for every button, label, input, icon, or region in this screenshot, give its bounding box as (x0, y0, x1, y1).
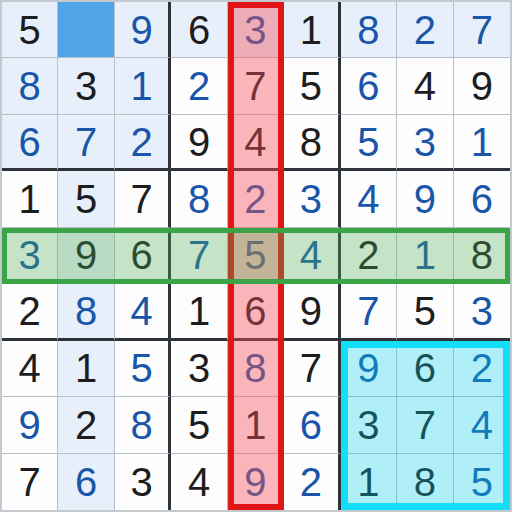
filled-digit: 3 (244, 10, 266, 50)
filled-digit: 4 (357, 179, 379, 219)
given-digit: 2 (357, 235, 379, 275)
cell-r1c7[interactable]: 4 (397, 58, 453, 114)
given-digit: 6 (130, 235, 152, 275)
given-digit: 4 (414, 66, 436, 106)
given-digit: 7 (244, 66, 266, 106)
filled-digit: 7 (75, 122, 97, 162)
given-digit: 6 (414, 348, 436, 388)
filled-digit: 1 (130, 66, 152, 106)
given-digit: 1 (244, 405, 266, 445)
cell-r1c6[interactable]: 6 (341, 58, 397, 114)
filled-digit: 5 (130, 348, 152, 388)
filled-digit: 6 (75, 462, 97, 502)
cell-r8c4[interactable]: 9 (228, 454, 284, 510)
filled-digit: 3 (300, 179, 322, 219)
filled-digit: 7 (357, 291, 379, 331)
cell-r0c1[interactable] (58, 2, 114, 58)
filled-digit: 3 (414, 122, 436, 162)
cell-r4c3[interactable]: 7 (171, 228, 227, 284)
cell-r3c6[interactable]: 4 (341, 171, 397, 227)
given-digit: 8 (300, 122, 322, 162)
cell-r7c2[interactable]: 8 (115, 397, 171, 453)
given-digit: 6 (188, 10, 210, 50)
cell-r4c1[interactable]: 9 (58, 228, 114, 284)
cell-r7c8[interactable]: 4 (454, 397, 510, 453)
given-digit: 5 (188, 405, 210, 445)
cell-r0c6[interactable]: 8 (341, 2, 397, 58)
cell-r1c2[interactable]: 1 (115, 58, 171, 114)
filled-digit: 7 (471, 10, 493, 50)
sudoku-board: 5963182783127564967294853115782349639675… (0, 0, 512, 512)
filled-digit: 8 (357, 10, 379, 50)
cell-r6c0[interactable]: 4 (2, 341, 58, 397)
cell-r4c8[interactable]: 8 (454, 228, 510, 284)
cell-r3c1[interactable]: 5 (58, 171, 114, 227)
cell-r6c6[interactable]: 9 (341, 341, 397, 397)
cell-r8c7[interactable]: 8 (397, 454, 453, 510)
cell-r5c8[interactable]: 3 (454, 284, 510, 340)
cell-r3c5[interactable]: 3 (284, 171, 340, 227)
cell-r3c7[interactable]: 9 (397, 171, 453, 227)
given-digit: 5 (75, 179, 97, 219)
cell-r8c2[interactable]: 3 (115, 454, 171, 510)
cell-r0c7[interactable]: 2 (397, 2, 453, 58)
given-digit: 8 (414, 462, 436, 502)
cell-r7c6[interactable]: 3 (341, 397, 397, 453)
cell-r6c4[interactable]: 8 (228, 341, 284, 397)
cell-r8c6[interactable]: 1 (341, 454, 397, 510)
cell-r5c6[interactable]: 7 (341, 284, 397, 340)
filled-digit: 8 (188, 179, 210, 219)
cell-r6c7[interactable]: 6 (397, 341, 453, 397)
filled-digit: 9 (357, 348, 379, 388)
cell-r3c8[interactable]: 6 (454, 171, 510, 227)
filled-digit: 8 (75, 291, 97, 331)
cell-r5c1[interactable]: 8 (58, 284, 114, 340)
cell-r0c5[interactable]: 1 (284, 2, 340, 58)
cell-r6c1[interactable]: 1 (58, 341, 114, 397)
cell-r8c8[interactable]: 5 (454, 454, 510, 510)
given-digit: 1 (19, 179, 41, 219)
cell-r6c5[interactable]: 7 (284, 341, 340, 397)
filled-digit: 4 (471, 405, 493, 445)
cell-r2c3[interactable]: 9 (171, 115, 227, 171)
given-digit: 7 (414, 405, 436, 445)
cell-r1c0[interactable]: 8 (2, 58, 58, 114)
cell-r5c2[interactable]: 4 (115, 284, 171, 340)
cell-r3c4[interactable]: 2 (228, 171, 284, 227)
filled-digit: 8 (244, 348, 266, 388)
filled-digit: 6 (471, 179, 493, 219)
cell-r5c3[interactable]: 1 (171, 284, 227, 340)
given-digit: 2 (19, 291, 41, 331)
cell-r4c2[interactable]: 6 (115, 228, 171, 284)
given-digit: 7 (300, 348, 322, 388)
cell-r0c3[interactable]: 6 (171, 2, 227, 58)
cell-r8c3[interactable]: 4 (171, 454, 227, 510)
filled-digit: 9 (19, 405, 41, 445)
cell-r5c5[interactable]: 9 (284, 284, 340, 340)
cell-r1c3[interactable]: 2 (171, 58, 227, 114)
filled-digit: 9 (414, 179, 436, 219)
filled-digit: 6 (300, 405, 322, 445)
cell-r0c0[interactable]: 5 (2, 2, 58, 58)
filled-digit: 3 (471, 291, 493, 331)
filled-digit: 1 (414, 235, 436, 275)
cell-r4c5[interactable]: 4 (284, 228, 340, 284)
given-digit: 5 (19, 10, 41, 50)
cell-r0c8[interactable]: 7 (454, 2, 510, 58)
cell-r2c8[interactable]: 1 (454, 115, 510, 171)
cell-r4c4[interactable]: 5 (228, 228, 284, 284)
given-digit: 1 (357, 462, 379, 502)
given-digit: 4 (188, 462, 210, 502)
given-digit: 9 (471, 66, 493, 106)
cell-r7c1[interactable]: 2 (58, 397, 114, 453)
filled-digit: 6 (357, 66, 379, 106)
given-digit: 6 (244, 291, 266, 331)
filled-digit: 1 (471, 122, 493, 162)
cell-r6c2[interactable]: 5 (115, 341, 171, 397)
cell-r2c4[interactable]: 4 (228, 115, 284, 171)
filled-digit: 4 (300, 235, 322, 275)
given-digit: 9 (188, 122, 210, 162)
given-digit: 3 (75, 66, 97, 106)
filled-digit: 5 (357, 122, 379, 162)
given-digit: 7 (130, 179, 152, 219)
filled-digit: 9 (130, 10, 152, 50)
filled-digit: 2 (188, 66, 210, 106)
filled-digit: 8 (19, 66, 41, 106)
cell-r0c2[interactable]: 9 (115, 2, 171, 58)
cell-r2c6[interactable]: 5 (341, 115, 397, 171)
filled-digit: 2 (244, 179, 266, 219)
given-digit: 7 (19, 462, 41, 502)
given-digit: 3 (357, 405, 379, 445)
given-digit: 5 (300, 66, 322, 106)
cell-r3c3[interactable]: 8 (171, 171, 227, 227)
cell-r7c5[interactable]: 6 (284, 397, 340, 453)
given-digit: 1 (188, 291, 210, 331)
cell-r6c8[interactable]: 2 (454, 341, 510, 397)
cell-r7c0[interactable]: 9 (2, 397, 58, 453)
cell-r2c0[interactable]: 6 (2, 115, 58, 171)
given-digit: 3 (130, 462, 152, 502)
filled-digit: 2 (471, 348, 493, 388)
given-digit: 5 (414, 291, 436, 331)
cell-r7c4[interactable]: 1 (228, 397, 284, 453)
cell-r0c4[interactable]: 3 (228, 2, 284, 58)
cell-r2c2[interactable]: 2 (115, 115, 171, 171)
cell-r2c7[interactable]: 3 (397, 115, 453, 171)
given-digit: 9 (75, 235, 97, 275)
cell-r7c7[interactable]: 7 (397, 397, 453, 453)
cell-r4c6[interactable]: 2 (341, 228, 397, 284)
given-digit: 8 (471, 235, 493, 275)
cell-r3c0[interactable]: 1 (2, 171, 58, 227)
filled-digit: 9 (244, 462, 266, 502)
filled-digit: 8 (130, 405, 152, 445)
filled-digit: 2 (300, 462, 322, 502)
filled-digit: 4 (130, 291, 152, 331)
given-digit: 1 (300, 10, 322, 50)
given-digit: 9 (300, 291, 322, 331)
given-digit: 4 (244, 122, 266, 162)
given-digit: 1 (75, 348, 97, 388)
cell-r4c0[interactable]: 3 (2, 228, 58, 284)
filled-digit: 2 (130, 122, 152, 162)
cell-r6c3[interactable]: 3 (171, 341, 227, 397)
cell-r5c7[interactable]: 5 (397, 284, 453, 340)
cell-r1c4[interactable]: 7 (228, 58, 284, 114)
cell-r8c0[interactable]: 7 (2, 454, 58, 510)
given-digit: 3 (188, 348, 210, 388)
cell-r4c7[interactable]: 1 (397, 228, 453, 284)
filled-digit: 5 (244, 235, 266, 275)
cell-r1c5[interactable]: 5 (284, 58, 340, 114)
filled-digit: 7 (188, 235, 210, 275)
given-digit: 4 (19, 348, 41, 388)
cell-r5c0[interactable]: 2 (2, 284, 58, 340)
given-digit: 2 (75, 405, 97, 445)
cell-r8c1[interactable]: 6 (58, 454, 114, 510)
filled-digit: 2 (414, 10, 436, 50)
cell-r1c1[interactable]: 3 (58, 58, 114, 114)
cell-r1c8[interactable]: 9 (454, 58, 510, 114)
filled-digit: 6 (19, 122, 41, 162)
cell-r2c1[interactable]: 7 (58, 115, 114, 171)
cell-r8c5[interactable]: 2 (284, 454, 340, 510)
cell-r2c5[interactable]: 8 (284, 115, 340, 171)
filled-digit: 5 (471, 462, 493, 502)
cell-r3c2[interactable]: 7 (115, 171, 171, 227)
cell-r5c4[interactable]: 6 (228, 284, 284, 340)
cell-r7c3[interactable]: 5 (171, 397, 227, 453)
filled-digit: 3 (19, 235, 41, 275)
